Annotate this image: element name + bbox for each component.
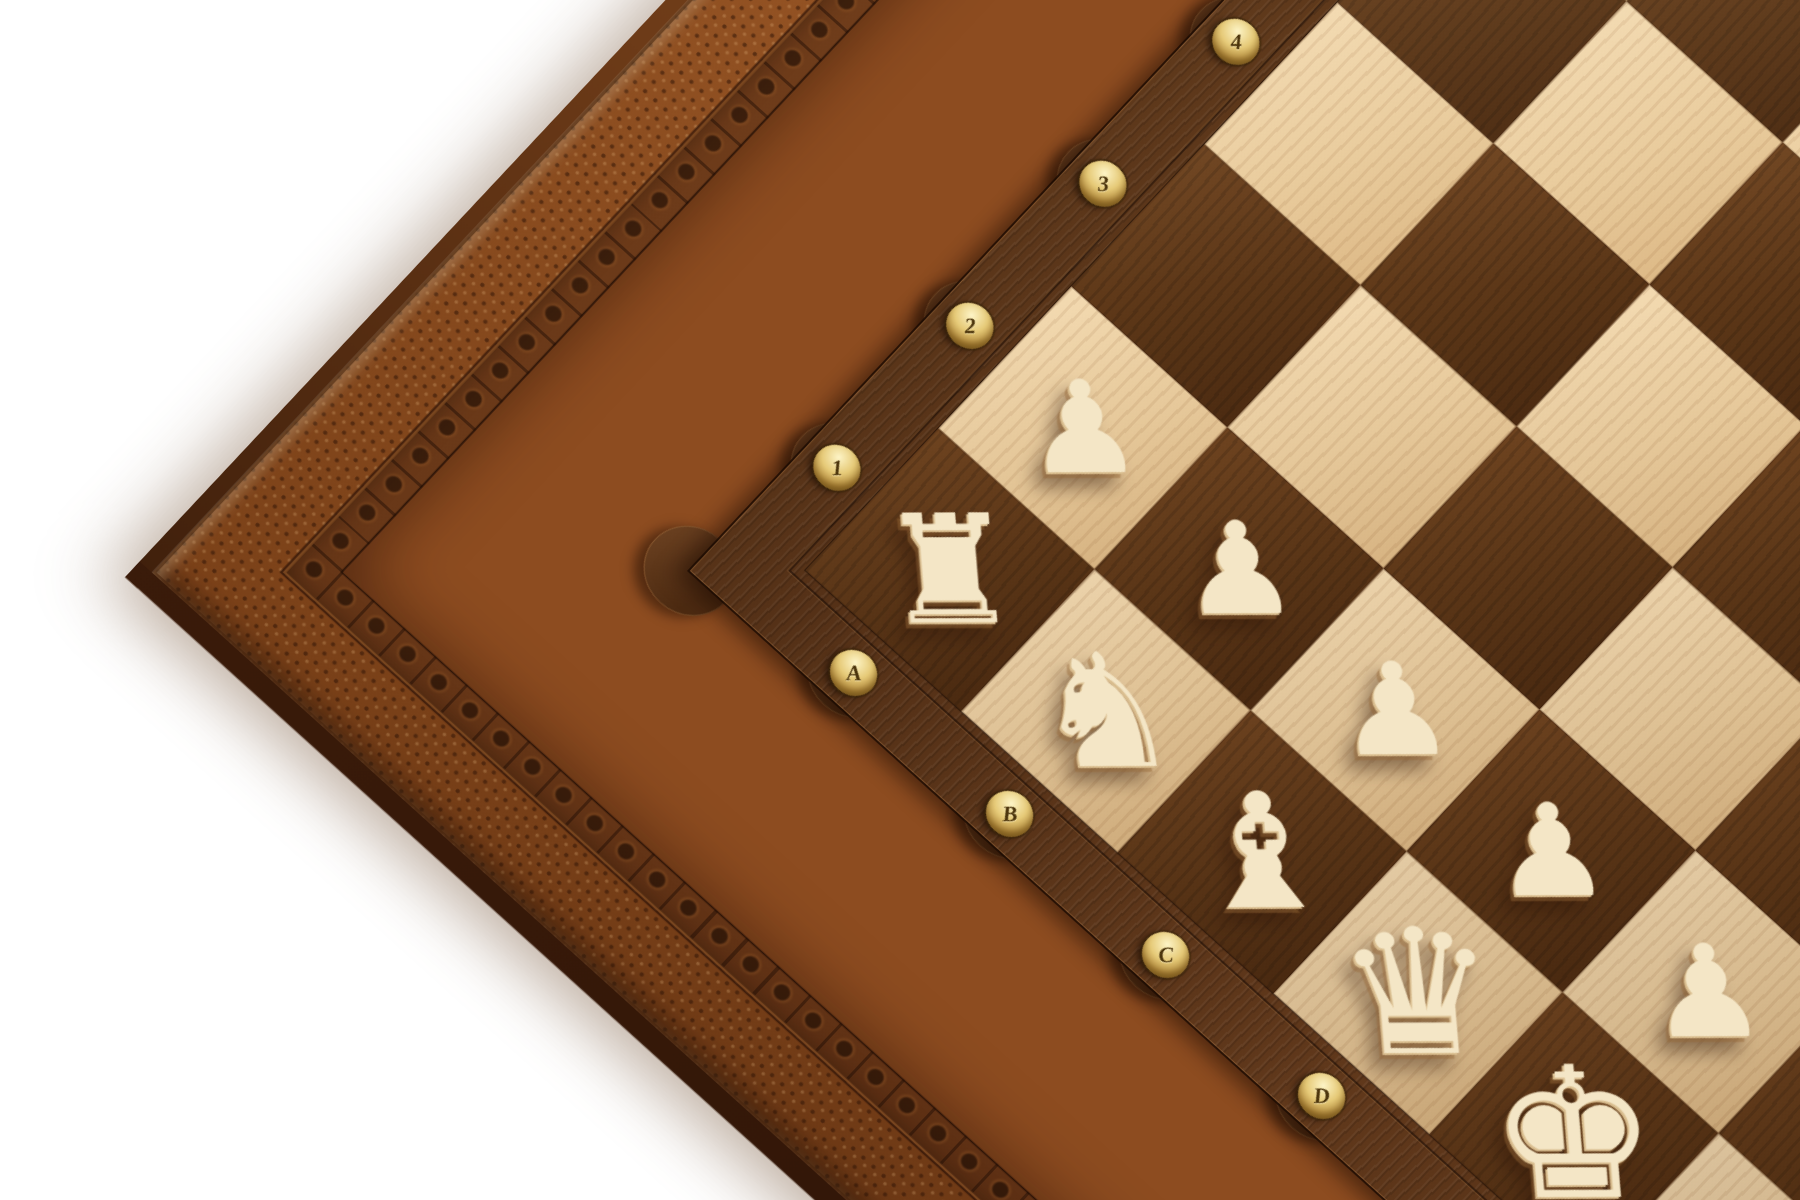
- rank-label-3: 3: [1096, 171, 1109, 197]
- board-object: ♜♞♝♛♚♝♞♜♟♟♟♟♟♟♟♟♟♟♟♟♟♟♟♟♜♞♝♛♚♝♞♜ 1234567…: [152, 0, 1800, 1200]
- piece-white-bishop-f1[interactable]: ♝: [1620, 1175, 1800, 1200]
- rank-label-4: 4: [1229, 29, 1242, 55]
- photo-backdrop: ♜♞♝♛♚♝♞♜♟♟♟♟♟♟♟♟♟♟♟♟♟♟♟♟♜♞♝♛♚♝♞♜ 1234567…: [0, 0, 1800, 1200]
